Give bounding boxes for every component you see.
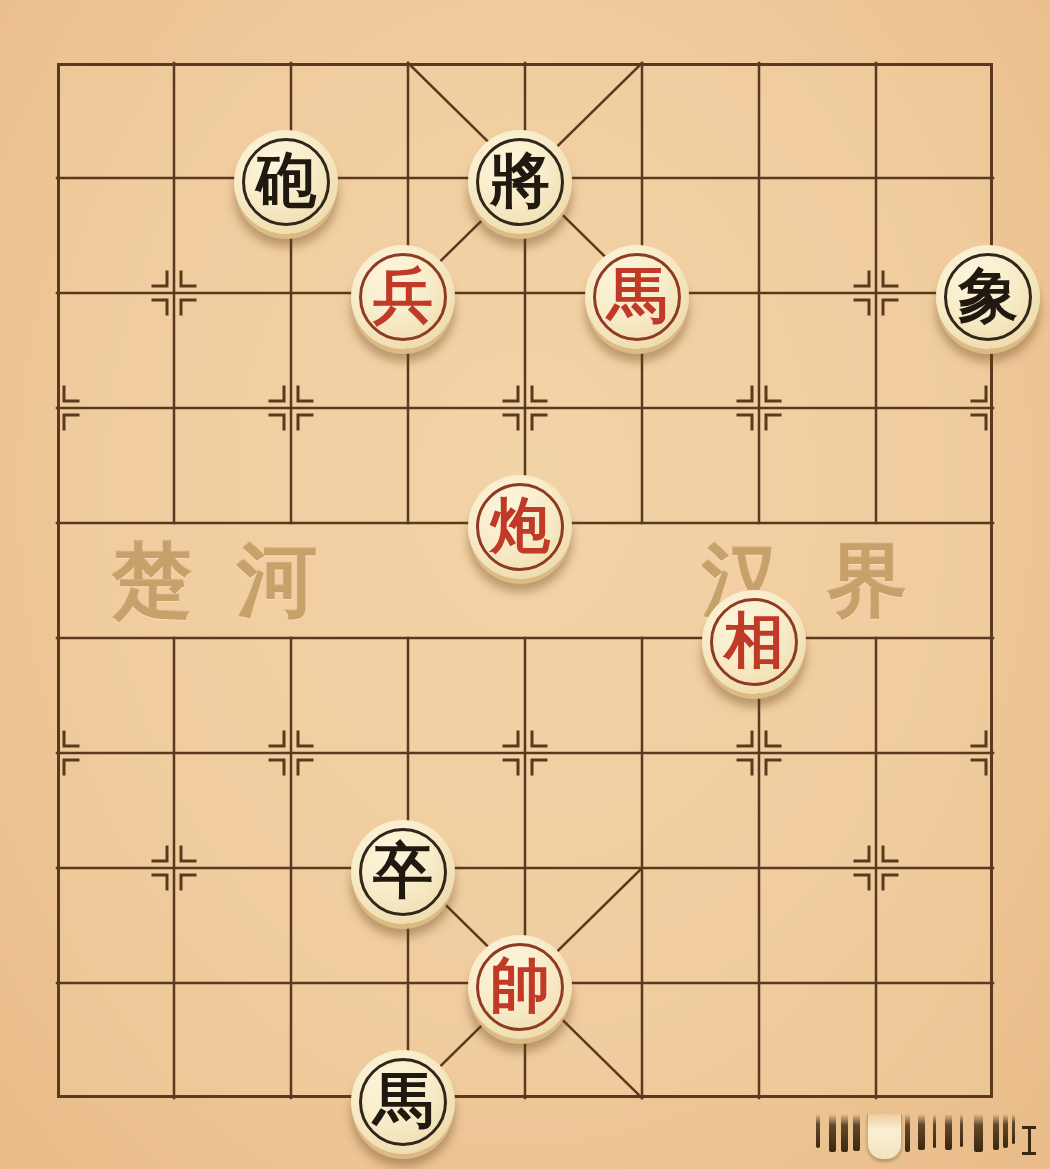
red-cannon-piece[interactable]: 炮 [468,475,572,579]
watermark-bar [829,1114,836,1152]
piece-glyph: 帥 [490,955,550,1015]
barcode-watermark [816,1114,1048,1166]
watermark-bar [867,1114,902,1160]
watermark-bar [853,1114,860,1151]
black-horse-piece[interactable]: 馬 [351,1050,455,1154]
watermark-bar [816,1114,820,1148]
xiangqi-board[interactable]: 楚河 汉界 砲將兵馬象炮相卒帥馬 [57,63,993,1098]
black-soldier-piece[interactable]: 卒 [351,820,455,924]
watermark-bar [945,1114,952,1150]
piece-layer: 砲將兵馬象炮相卒帥馬 [0,6,1050,1156]
piece-glyph: 馬 [607,265,667,325]
piece-glyph: 相 [724,610,784,670]
piece-glyph: 炮 [490,495,550,555]
watermark-bar [905,1114,910,1152]
red-soldier-piece[interactable]: 兵 [351,245,455,349]
black-general-piece[interactable]: 將 [468,130,572,234]
watermark-bar [1012,1114,1015,1144]
piece-glyph: 將 [490,150,550,210]
black-elephant-piece[interactable]: 象 [936,245,1040,349]
red-elephant-piece[interactable]: 相 [702,590,806,694]
watermark-bar [933,1114,936,1148]
red-horse-piece[interactable]: 馬 [585,245,689,349]
watermark-bar [993,1114,999,1150]
watermark-bar [918,1114,925,1150]
red-general-piece[interactable]: 帥 [468,935,572,1039]
piece-glyph: 砲 [256,150,316,210]
watermark-bar [1003,1114,1008,1148]
piece-glyph: 卒 [373,840,433,900]
piece-glyph: 馬 [373,1070,433,1130]
piece-glyph: 象 [958,265,1018,325]
watermark-bar [1022,1124,1036,1157]
black-cannon-piece[interactable]: 砲 [234,130,338,234]
page-background: { "game": "xiangqi", "position": { "fen"… [0,0,1050,1169]
watermark-bar [960,1114,963,1147]
watermark-bar [841,1114,848,1152]
watermark-bar [974,1114,983,1152]
piece-glyph: 兵 [373,265,433,325]
